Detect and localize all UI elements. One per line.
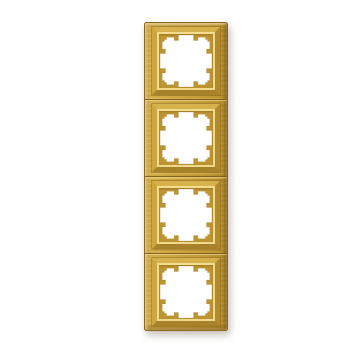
module-cutout xyxy=(159,265,213,319)
module-bevel-frame xyxy=(152,181,220,249)
gang-section xyxy=(145,253,227,330)
module-cutout xyxy=(159,188,213,242)
module-window xyxy=(159,111,213,165)
product-photo-canvas xyxy=(0,0,353,353)
module-window xyxy=(159,34,213,88)
module-bevel-frame xyxy=(152,27,220,95)
module-cutout xyxy=(159,111,213,165)
gang-section xyxy=(145,99,227,176)
wall-plate-frame xyxy=(144,22,228,331)
module-window xyxy=(159,265,213,319)
gang-section xyxy=(145,23,227,99)
module-cutout xyxy=(159,34,213,88)
gang-section xyxy=(145,176,227,253)
module-bevel-frame xyxy=(152,258,220,326)
module-window xyxy=(159,188,213,242)
module-bevel-frame xyxy=(152,104,220,172)
